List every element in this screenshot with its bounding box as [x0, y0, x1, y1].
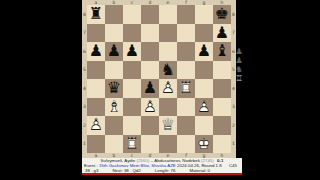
white-bishop: ♗: [105, 98, 123, 117]
square-d6: [141, 42, 159, 61]
square-d2: [141, 116, 159, 135]
square-f4: ♜♖: [177, 79, 195, 98]
square-g8: [195, 5, 213, 24]
white-rook-fill: ♜: [123, 135, 141, 154]
black-pawn: ♟: [213, 24, 231, 43]
coord-label-2: 2: [231, 116, 236, 135]
square-d1: [141, 135, 159, 154]
white-pawn-fill: ♟: [141, 98, 159, 117]
square-b8: [105, 5, 123, 24]
square-b2: [105, 116, 123, 135]
white-pawn: ♙: [141, 98, 159, 117]
square-g4: [195, 79, 213, 98]
black-pawn: ♟: [123, 42, 141, 61]
square-g7: [195, 24, 213, 43]
square-f8: [177, 5, 195, 24]
square-f6: [177, 42, 195, 61]
square-e6: [159, 42, 177, 61]
square-c6: ♟: [123, 42, 141, 61]
white-pawn-fill: ♟: [195, 98, 213, 117]
square-c8: [123, 5, 141, 24]
square-f7: [177, 24, 195, 43]
square-a3: [87, 98, 105, 117]
video-frame: { "game": "chess", "position": { "fen": …: [0, 0, 320, 180]
black-pawn: ♟: [195, 42, 213, 61]
square-d3: ♟♙: [141, 98, 159, 117]
square-a2: ♟♙: [87, 116, 105, 135]
white-pawn-fill: ♟: [87, 116, 105, 135]
square-d8: [141, 5, 159, 24]
square-b4: ♛: [105, 79, 123, 98]
square-d5: [141, 61, 159, 80]
coord-label-3: 3: [231, 98, 236, 117]
square-b5: [105, 61, 123, 80]
square-e7: [159, 24, 177, 43]
square-a7: [87, 24, 105, 43]
black-rook: ♜: [87, 5, 105, 24]
square-c7: [123, 24, 141, 43]
square-e8: [159, 5, 177, 24]
white-pawn-fill: ♟: [159, 79, 177, 98]
black-knight: ♞: [159, 61, 177, 80]
square-h4: [213, 79, 231, 98]
square-a5: [87, 61, 105, 80]
eco-code: C45: [229, 163, 237, 168]
square-g6: ♟: [195, 42, 213, 61]
square-e2: ♛♕: [159, 116, 177, 135]
square-e5: ♞: [159, 61, 177, 80]
square-e1: [159, 135, 177, 154]
white-queen: ♕: [159, 116, 177, 135]
square-h5: [213, 61, 231, 80]
square-h2: [213, 116, 231, 135]
square-h8: ♚: [213, 5, 231, 24]
square-h1: [213, 135, 231, 154]
square-a4: [87, 79, 105, 98]
white-queen-fill: ♛: [159, 116, 177, 135]
square-b3: ♝♗: [105, 98, 123, 117]
square-g2: [195, 116, 213, 135]
square-a1: [87, 135, 105, 154]
chess-board-frame: abcdefgh 87654321 ♜♚♟♟♟♟♟♝♞♛♟♟♙♜♖♝♗♟♙♟♙♟…: [82, 0, 236, 158]
black-king: ♚: [213, 5, 231, 24]
white-pawn: ♙: [87, 116, 105, 135]
black-pawn: ♟: [141, 79, 159, 98]
square-c2: [123, 116, 141, 135]
square-b1: [105, 135, 123, 154]
black-pawn: ♟: [87, 42, 105, 61]
square-c4: [123, 79, 141, 98]
progress-bar: [82, 173, 242, 175]
white-pawn: ♙: [195, 98, 213, 117]
square-h6: ♝: [213, 42, 231, 61]
white-rook: ♖: [177, 79, 195, 98]
square-c3: [123, 98, 141, 117]
black-queen: ♛: [105, 79, 123, 98]
square-c5: [123, 61, 141, 80]
square-g3: ♟♙: [195, 98, 213, 117]
white-bishop-fill: ♝: [105, 98, 123, 117]
captured-material-tray: ♟♟♞♖: [234, 47, 244, 83]
square-a8: ♜: [87, 5, 105, 24]
square-d7: [141, 24, 159, 43]
square-e4: ♟♙: [159, 79, 177, 98]
game-caption: Suleymanli, Aydin (2560) -- Abdusattorov…: [82, 158, 242, 173]
coord-label-1: 1: [231, 135, 236, 154]
square-f1: [177, 135, 195, 154]
chess-board: ♜♚♟♟♟♟♟♝♞♛♟♟♙♜♖♝♗♟♙♟♙♟♙♛♕♜♖♚♔: [87, 5, 231, 153]
square-d4: ♟: [141, 79, 159, 98]
square-f2: [177, 116, 195, 135]
square-g5: [195, 61, 213, 80]
square-b6: ♟: [105, 42, 123, 61]
square-g1: ♚♔: [195, 135, 213, 154]
square-c1: ♜♖: [123, 135, 141, 154]
white-pawn: ♙: [159, 79, 177, 98]
white-rook: ♖: [123, 135, 141, 154]
square-f5: [177, 61, 195, 80]
square-h3: [213, 98, 231, 117]
white-king-fill: ♚: [195, 135, 213, 154]
black-pawn: ♟: [105, 42, 123, 61]
square-f3: [177, 98, 195, 117]
square-h7: ♟: [213, 24, 231, 43]
coord-label-8: 8: [231, 5, 236, 24]
square-a6: ♟: [87, 42, 105, 61]
square-e3: [159, 98, 177, 117]
black-bishop: ♝: [213, 42, 231, 61]
square-b7: [105, 24, 123, 43]
white-rook-fill: ♜: [177, 79, 195, 98]
white-rook-icon: ♖: [235, 74, 243, 83]
white-king: ♔: [195, 135, 213, 154]
coord-label-7: 7: [231, 24, 236, 43]
